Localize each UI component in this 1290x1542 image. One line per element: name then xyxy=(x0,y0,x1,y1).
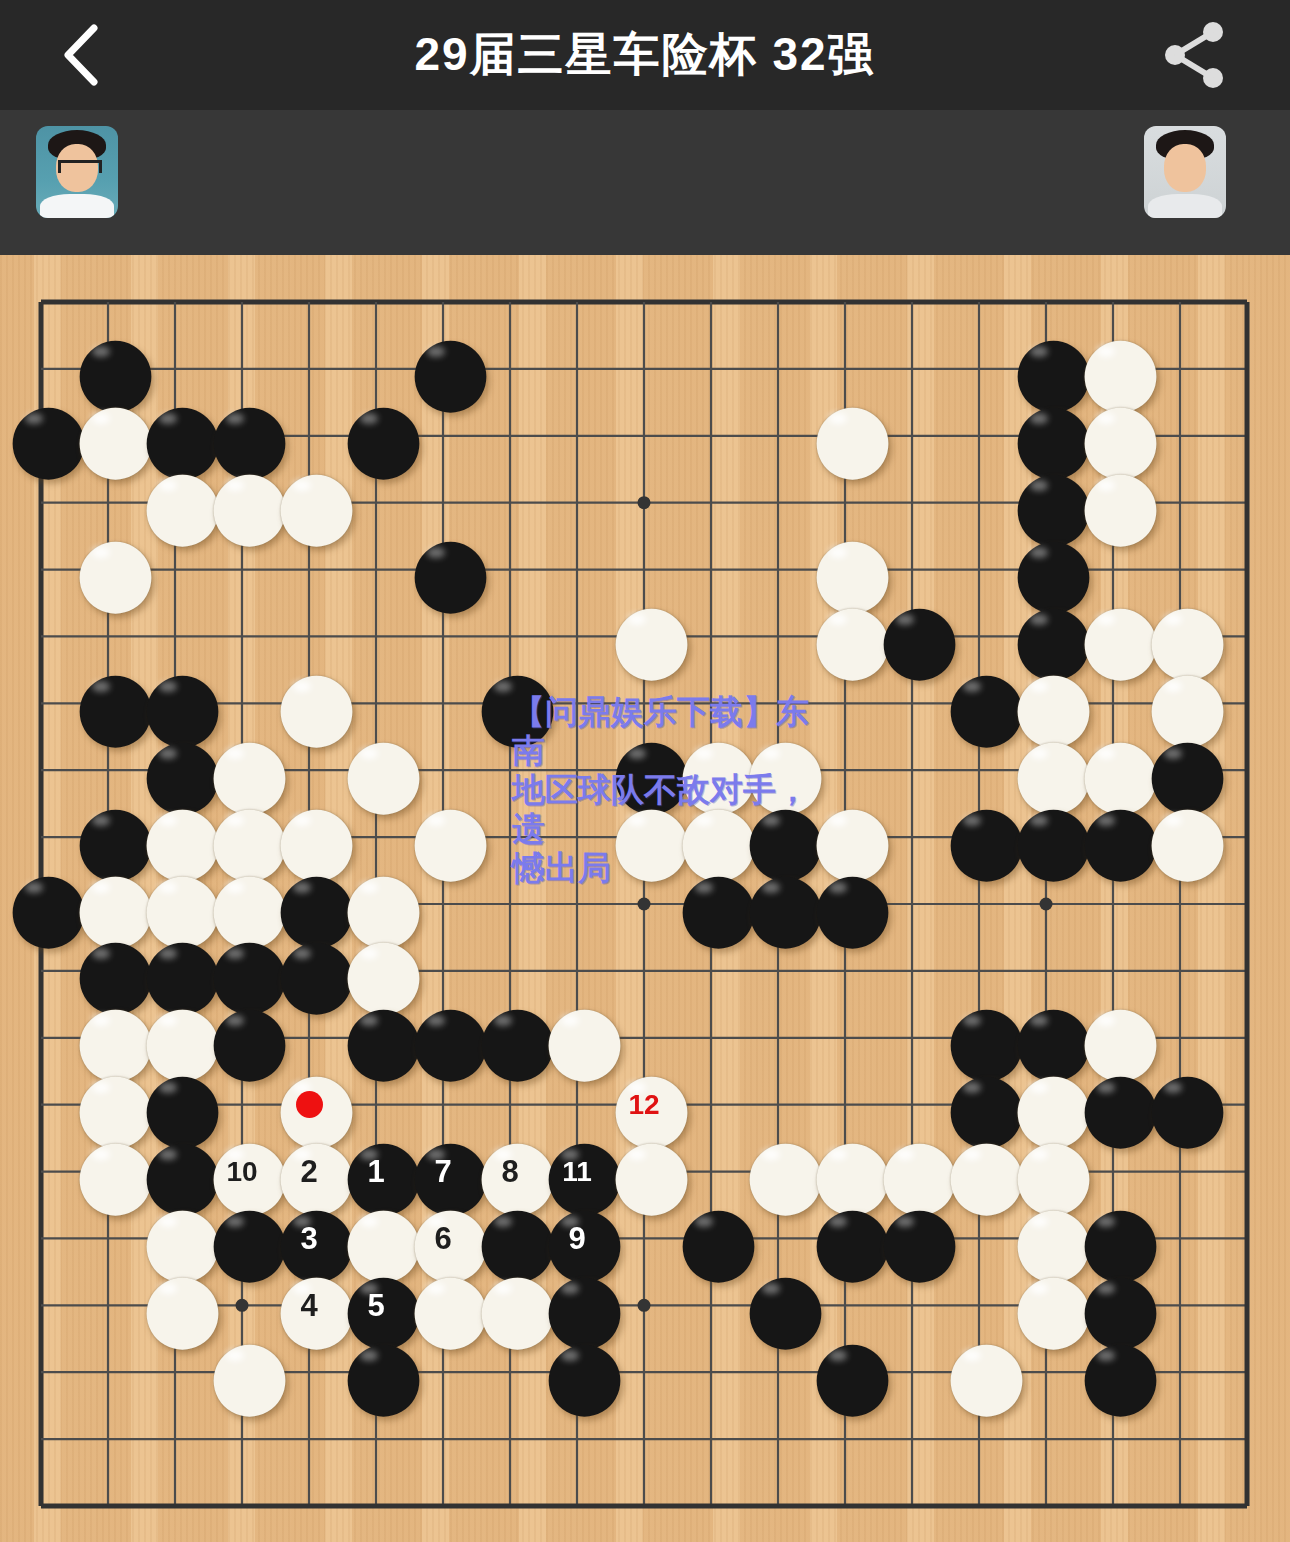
white-stone: ● xyxy=(1147,804,1214,871)
watermark-line: 【问鼎娱乐下载】东南 xyxy=(512,692,812,770)
black-stone: ● xyxy=(410,1004,477,1071)
watermark-line: 憾出局 xyxy=(512,848,812,887)
black-stone: ● xyxy=(8,871,75,938)
avatar-glasses xyxy=(58,160,102,173)
black-stone: ● xyxy=(745,1272,812,1339)
white-stone: ● xyxy=(75,402,142,469)
black-stone: ● xyxy=(812,1339,879,1406)
black-stone: ● xyxy=(1080,804,1147,871)
go-review-app: 29届三星车险杯 32强 申真谞 0 提子 2 王星昊 xyxy=(0,0,1290,1542)
black-stone: ● xyxy=(343,1339,410,1406)
avatar-body xyxy=(40,194,114,218)
black-stone: ● xyxy=(812,871,879,938)
white-stone: ● xyxy=(544,1004,611,1071)
white-stone: ● xyxy=(812,402,879,469)
white-stone: ● xyxy=(75,536,142,603)
white-player-avatar xyxy=(1144,126,1226,218)
white-stone: ● xyxy=(276,469,343,536)
black-stone: ● xyxy=(1147,1071,1214,1138)
black-stone: ● xyxy=(477,1004,544,1071)
white-stone: ● xyxy=(946,1339,1013,1406)
black-stone: ● xyxy=(879,603,946,670)
black-stone: ● xyxy=(544,1339,611,1406)
avatar-face xyxy=(1164,144,1206,192)
white-stone: ● xyxy=(477,1272,544,1339)
white-stone: ● xyxy=(209,469,276,536)
avatar-body xyxy=(1148,194,1222,218)
black-stone: ● xyxy=(946,670,1013,737)
black-stone: ● xyxy=(410,536,477,603)
black-stone: ● xyxy=(8,402,75,469)
white-stone: ● xyxy=(75,1138,142,1205)
title-bar: 29届三星车险杯 32强 xyxy=(0,0,1290,110)
black-stone: ● xyxy=(1013,804,1080,871)
black-stone: ● xyxy=(879,1205,946,1272)
black-player-avatar xyxy=(36,126,118,218)
white-stone: ● xyxy=(812,603,879,670)
black-stone: ● xyxy=(946,804,1013,871)
last-move-red-dot xyxy=(296,1091,323,1118)
player-bar: 申真谞 0 提子 2 王星昊 xyxy=(0,110,1290,255)
white-stone: ● xyxy=(611,603,678,670)
white-stone: ● xyxy=(142,1272,209,1339)
watermark-line: 地区球队不敌对手，遗 xyxy=(512,770,812,848)
watermark-text: 【问鼎娱乐下载】东南 地区球队不敌对手，遗 憾出局 xyxy=(512,692,812,887)
white-stone: ● xyxy=(209,1339,276,1406)
black-stone: ● xyxy=(1080,1339,1147,1406)
page-title: 29届三星车险杯 32强 xyxy=(0,0,1290,110)
go-board[interactable]: ●●●●●●●●●●●●●●●●●●●●●●●●●●●●●●●●●●●●●●●●… xyxy=(0,255,1290,1542)
share-icon[interactable] xyxy=(1162,20,1228,90)
black-stone: ● xyxy=(678,1205,745,1272)
black-stone: ● xyxy=(75,670,142,737)
